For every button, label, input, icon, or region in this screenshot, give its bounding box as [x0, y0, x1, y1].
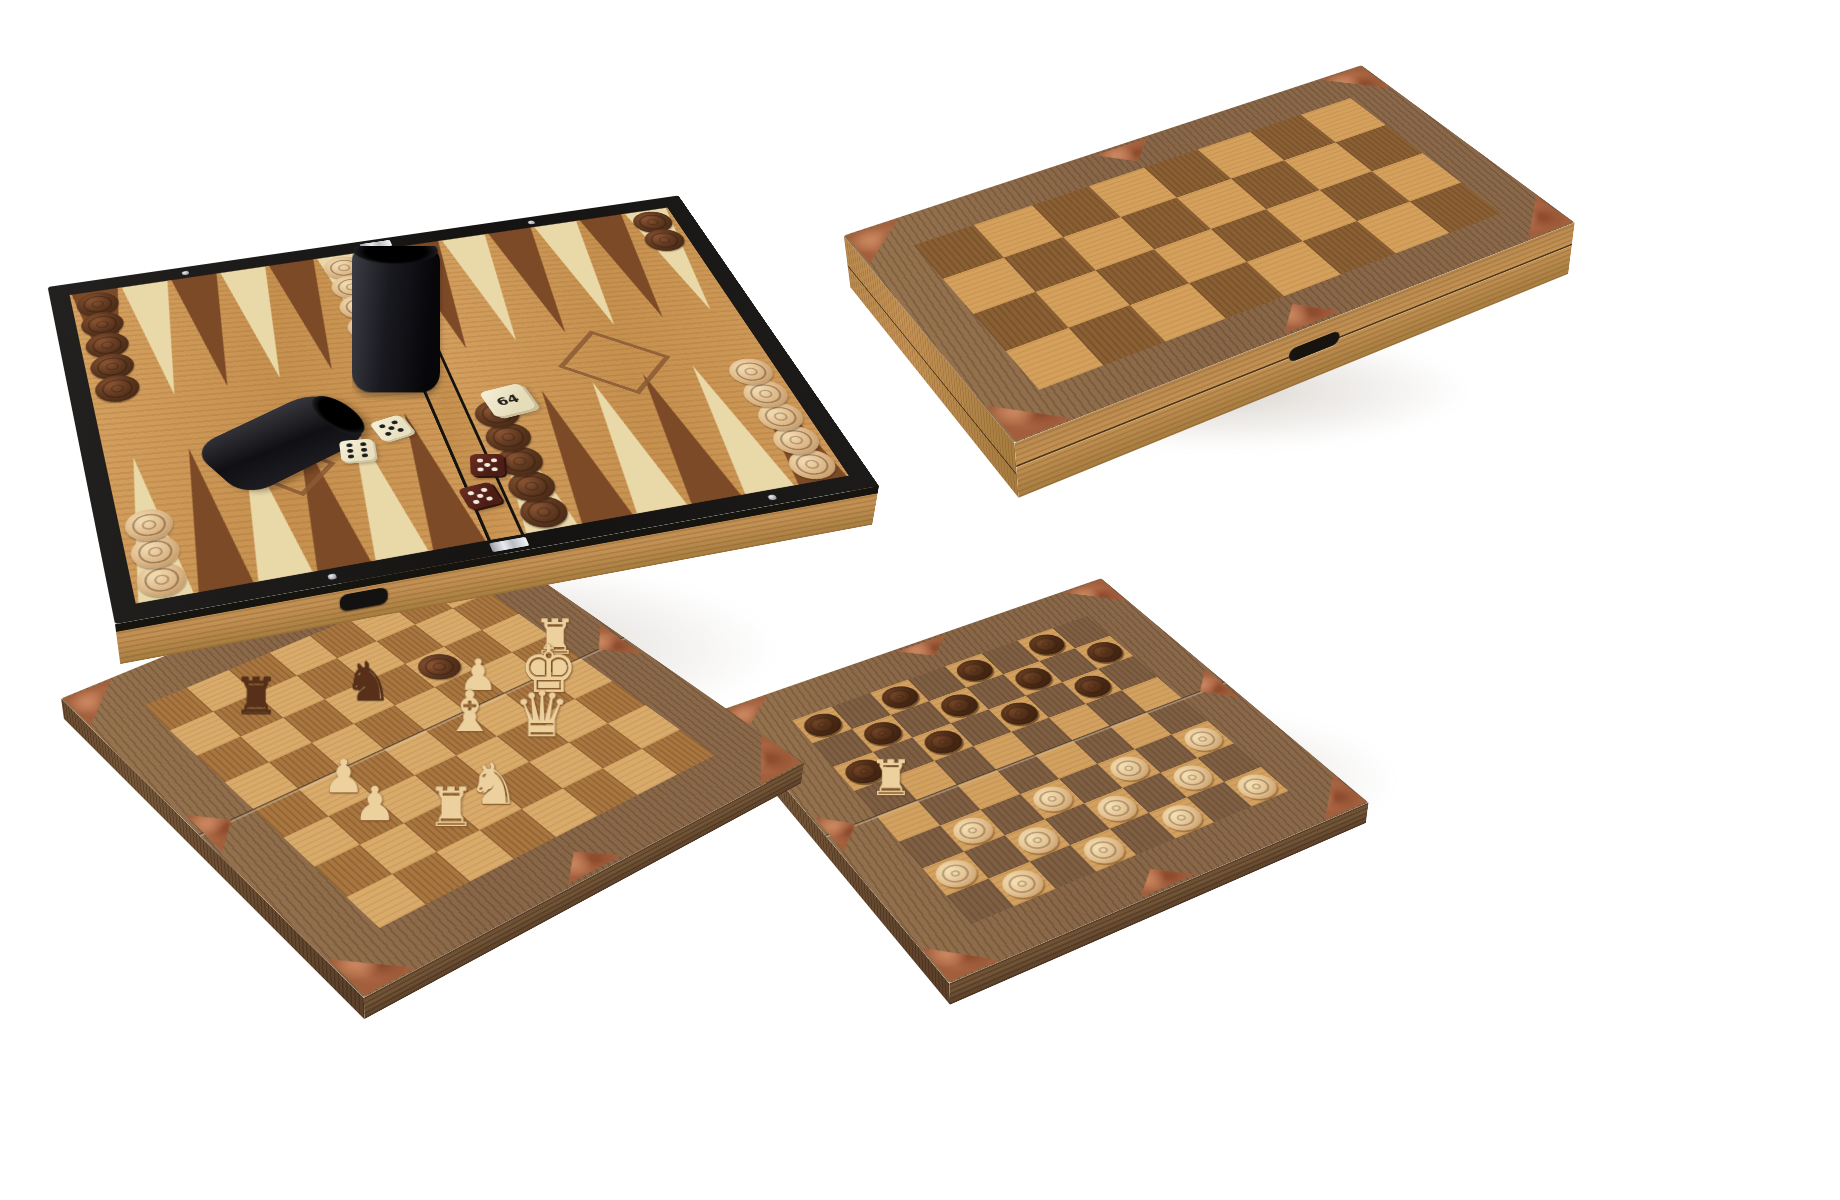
checkers-board: ♜ [720, 578, 1368, 983]
dice-cup-standing [352, 246, 440, 393]
chess-piece-light-rook: ♜ [426, 781, 475, 835]
light-bishop-glyph: ♝ [444, 683, 496, 740]
checker-light [1075, 832, 1131, 868]
die-pip [486, 496, 494, 501]
checker-light [1154, 800, 1209, 835]
backgammon-checker-light [723, 356, 780, 388]
chess-piece-light-pawn: ♟ [353, 781, 396, 828]
box-latch [1289, 330, 1340, 364]
backgammon-checker-dark [503, 468, 562, 505]
stray-chess-rook: ♜ [869, 753, 913, 802]
light-pawn-glyph: ♟ [353, 781, 396, 828]
case-latch [340, 587, 388, 612]
chess-piece-light-queen: ♛ [513, 683, 570, 746]
backgammon-checker-dark [480, 420, 536, 455]
die-pip [492, 468, 498, 472]
chess-piece-light-bishop: ♝ [444, 683, 496, 740]
backgammon-case: 64 [48, 195, 879, 624]
backgammon-checker-light [128, 532, 184, 572]
checker-light [994, 865, 1051, 903]
backgammon-checker-light [122, 506, 177, 545]
light-rook-glyph: ♜ [869, 753, 913, 802]
light-queen-glyph: ♛ [513, 683, 570, 746]
product-photo-scene: ♜ ♜♞♟♜♟♝♚♟♛♜♞ [0, 0, 1840, 1200]
checker-light [1229, 770, 1283, 804]
checkers-pieces-layer: ♜ [720, 578, 1368, 983]
checker-light [1165, 761, 1219, 794]
checker-light [1025, 782, 1079, 816]
backgammon-checker-light [766, 423, 826, 458]
checker-light [928, 855, 984, 892]
light-rook-glyph: ♜ [426, 781, 475, 835]
